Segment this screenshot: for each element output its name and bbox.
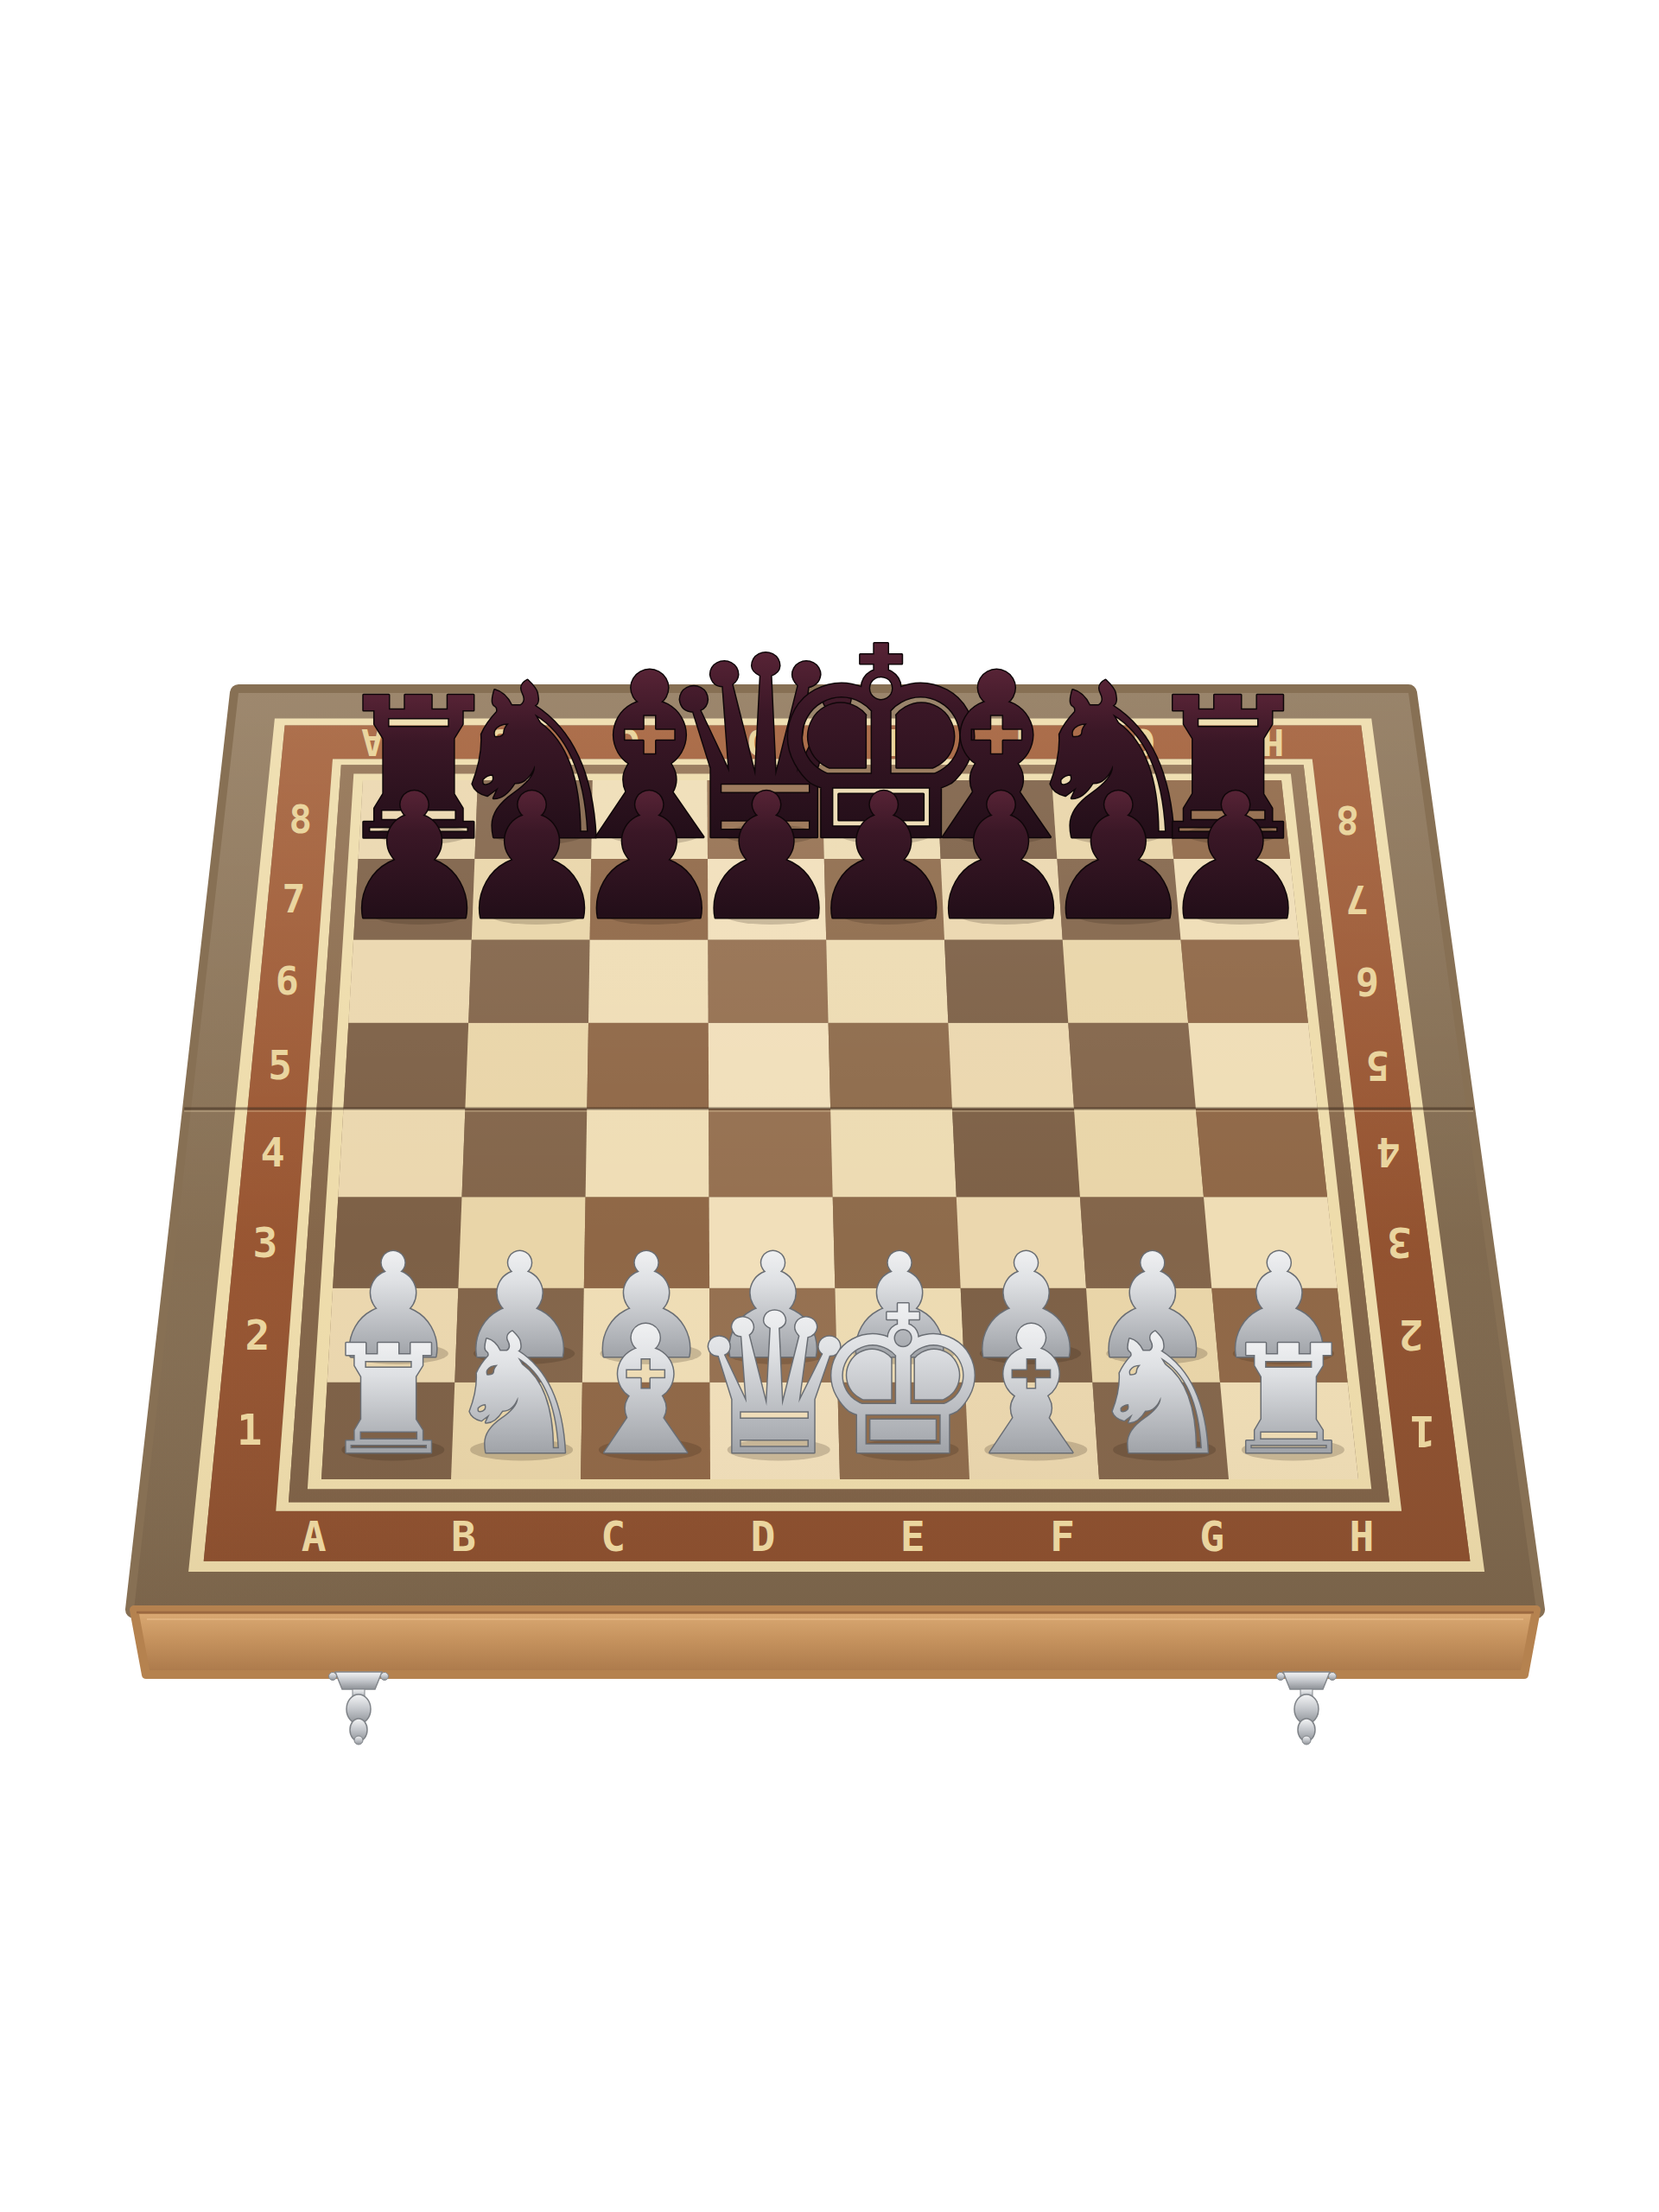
rank-label-left-4: 4 — [260, 1128, 284, 1176]
rank-label-right-6: 6 — [1356, 958, 1379, 1004]
file-label-bottom-a: A — [302, 1512, 327, 1560]
rank-label-left-7: 7 — [283, 876, 306, 922]
file-label-bottom-f: F — [1050, 1512, 1075, 1560]
piece-white-rook-a1[interactable]: ♜ — [321, 1313, 456, 1488]
rank-label-right-5: 5 — [1366, 1042, 1390, 1089]
file-label-bottom-e: E — [900, 1512, 925, 1560]
rank-label-right-8: 8 — [1336, 798, 1359, 842]
rank-label-right-1: 1 — [1410, 1406, 1436, 1455]
piece-black-pawn-h7[interactable]: ♟ — [1158, 756, 1313, 958]
rank-label-left-5: 5 — [268, 1042, 292, 1089]
file-label-bottom-d: D — [750, 1512, 775, 1560]
rank-label-right-2: 2 — [1398, 1311, 1423, 1359]
rank-label-right-4: 4 — [1376, 1128, 1401, 1176]
file-label-bottom-b: B — [451, 1512, 476, 1560]
clasp-right — [1277, 1672, 1337, 1745]
file-label-bottom-h: H — [1350, 1512, 1375, 1560]
rank-label-left-1: 1 — [237, 1406, 263, 1455]
piece-white-rook-h1[interactable]: ♜ — [1221, 1313, 1356, 1488]
rank-label-right-7: 7 — [1345, 876, 1369, 922]
rank-label-left-8: 8 — [289, 798, 313, 842]
clasp-left — [329, 1672, 389, 1745]
board-front-edge — [134, 1610, 1536, 1675]
rank-label-left-2: 2 — [245, 1311, 270, 1359]
rank-label-left-6: 6 — [276, 958, 299, 1004]
rank-label-left-3: 3 — [253, 1218, 278, 1267]
product-photo: 8877665544332211AABBCCDDEEFFGGHH♜♞♝♛♚♝♞♜… — [0, 0, 1659, 2212]
rank-label-right-3: 3 — [1387, 1218, 1412, 1267]
chess-board: 8877665544332211AABBCCDDEEFFGGHH♜♞♝♛♚♝♞♜… — [0, 0, 1659, 2212]
file-label-bottom-g: G — [1199, 1512, 1224, 1560]
file-label-bottom-c: C — [601, 1512, 626, 1560]
piece-white-knight-g1[interactable]: ♞ — [1086, 1299, 1235, 1491]
